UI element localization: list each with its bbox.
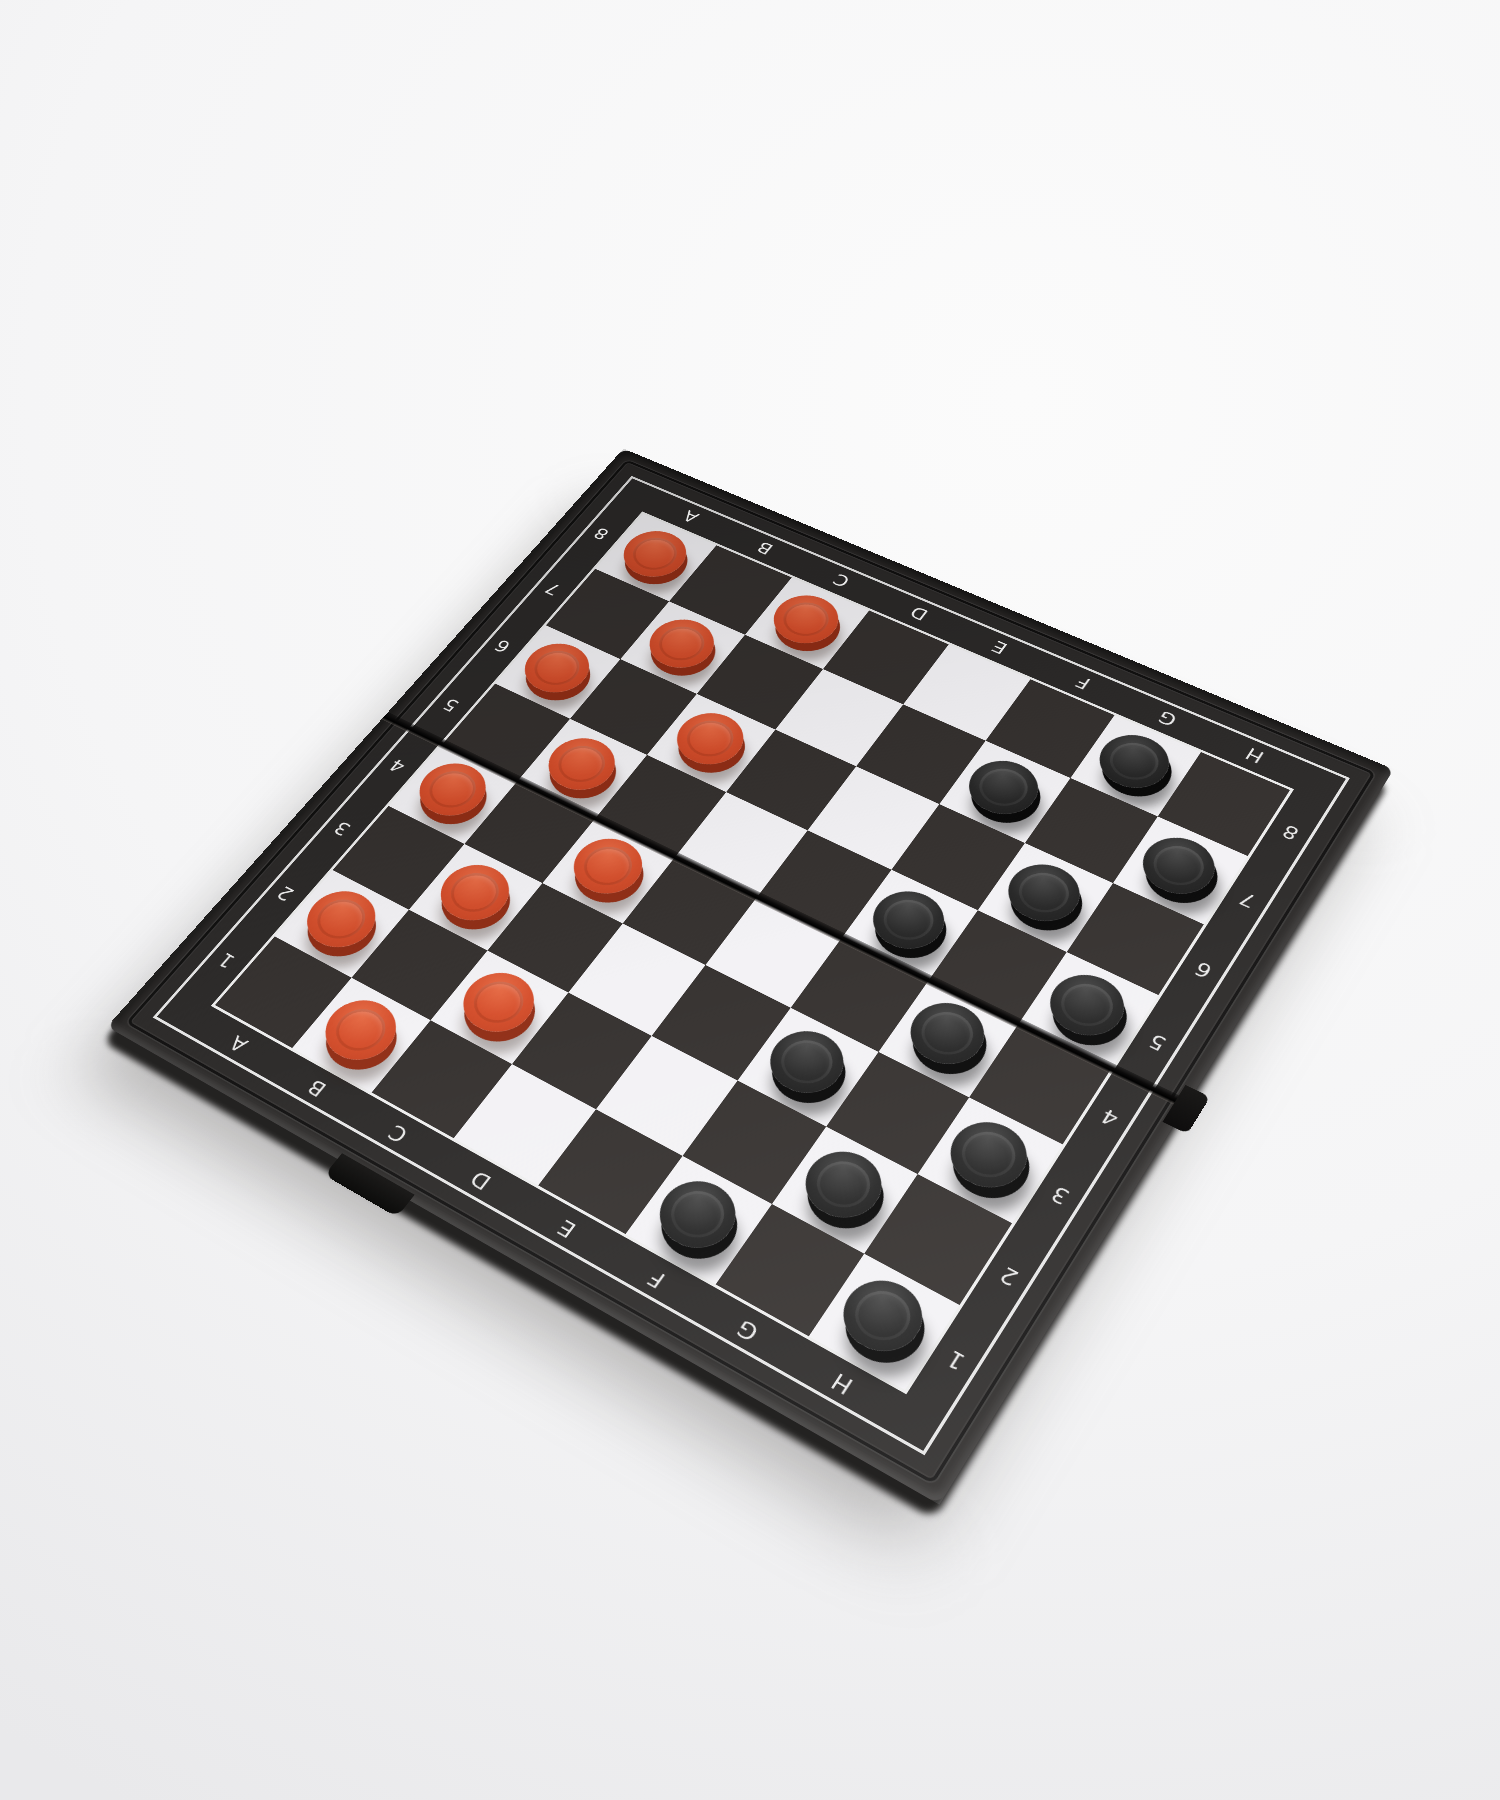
checker-black-f3[interactable] — [757, 1020, 857, 1104]
checker-black-g8[interactable] — [1088, 726, 1181, 798]
photo-scene: AA88BB77CC66DD55EE44FF33GG22HH11 — [0, 0, 1500, 1800]
checker-black-f7[interactable] — [957, 751, 1050, 824]
checker-red-c8[interactable] — [762, 587, 850, 652]
playing-area — [215, 514, 1290, 1390]
checkers-board: AA88BB77CC66DD55EE44FF33GG22HH11 — [107, 449, 1394, 1505]
